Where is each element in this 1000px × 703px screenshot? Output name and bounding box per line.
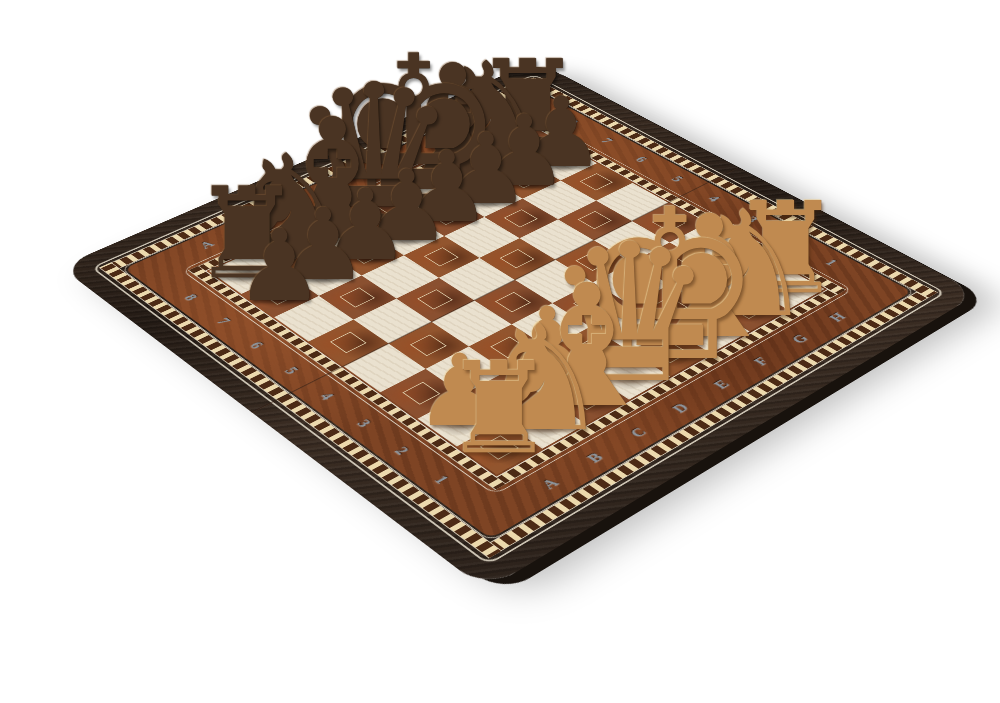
piece-dark-pawn-a7[interactable]: ♟	[235, 216, 324, 315]
product-photo-stage: AA11BB22CC33DD44EE55FF66GG77HH88 ♜♞♝♛♚♝♞…	[0, 0, 1000, 703]
piece-light-rook-a1[interactable]: ♜	[443, 346, 556, 472]
